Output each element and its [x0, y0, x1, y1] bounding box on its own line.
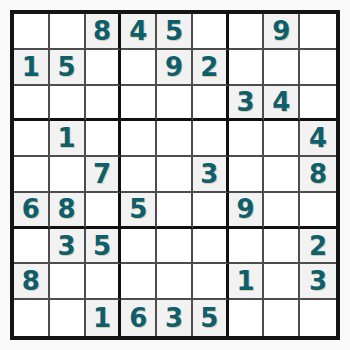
cell-r1c4-given: 4: [121, 14, 157, 50]
cell-r7c2-given: 3: [50, 229, 86, 265]
cell-r9c9-empty[interactable]: [300, 300, 336, 336]
cell-r7c3-given: 5: [86, 229, 122, 265]
cell-r9c1-empty[interactable]: [14, 300, 50, 336]
cell-r5c7-empty[interactable]: [229, 157, 265, 193]
cell-r2c3-empty[interactable]: [86, 50, 122, 86]
cell-r8c2-empty[interactable]: [50, 264, 86, 300]
cell-r8c6-empty[interactable]: [193, 264, 229, 300]
cell-r3c5-empty[interactable]: [157, 86, 193, 122]
cell-r9c3-given: 1: [86, 300, 122, 336]
cell-r5c5-empty[interactable]: [157, 157, 193, 193]
cell-r5c6-given: 3: [193, 157, 229, 193]
cell-r4c4-empty[interactable]: [121, 121, 157, 157]
cell-r3c9-empty[interactable]: [300, 86, 336, 122]
cell-r3c7-given: 3: [229, 86, 265, 122]
cell-r5c1-empty[interactable]: [14, 157, 50, 193]
cell-r8c3-empty[interactable]: [86, 264, 122, 300]
cell-r1c2-empty[interactable]: [50, 14, 86, 50]
cell-r4c8-empty[interactable]: [264, 121, 300, 157]
cell-r5c8-empty[interactable]: [264, 157, 300, 193]
cell-r4c6-empty[interactable]: [193, 121, 229, 157]
cell-r6c8-empty[interactable]: [264, 193, 300, 229]
cell-r7c5-empty[interactable]: [157, 229, 193, 265]
cell-r5c2-empty[interactable]: [50, 157, 86, 193]
cell-r2c1-given: 1: [14, 50, 50, 86]
cell-r6c1-given: 6: [14, 193, 50, 229]
cell-r7c1-empty[interactable]: [14, 229, 50, 265]
cell-r2c5-given: 9: [157, 50, 193, 86]
cell-r8c1-given: 8: [14, 264, 50, 300]
cell-r3c4-empty[interactable]: [121, 86, 157, 122]
cell-r4c3-empty[interactable]: [86, 121, 122, 157]
cell-r4c2-given: 1: [50, 121, 86, 157]
cell-r7c6-empty[interactable]: [193, 229, 229, 265]
cell-r8c7-given: 1: [229, 264, 265, 300]
cell-r3c2-empty[interactable]: [50, 86, 86, 122]
cell-r7c9-given: 2: [300, 229, 336, 265]
cell-r9c5-given: 3: [157, 300, 193, 336]
cell-r2c4-empty[interactable]: [121, 50, 157, 86]
cell-r9c7-empty[interactable]: [229, 300, 265, 336]
cell-r2c6-given: 2: [193, 50, 229, 86]
cell-r5c9-given: 8: [300, 157, 336, 193]
cell-r6c4-given: 5: [121, 193, 157, 229]
cell-r1c1-empty[interactable]: [14, 14, 50, 50]
cell-r2c8-empty[interactable]: [264, 50, 300, 86]
cell-r5c4-empty[interactable]: [121, 157, 157, 193]
cell-r7c7-empty[interactable]: [229, 229, 265, 265]
cell-r6c3-empty[interactable]: [86, 193, 122, 229]
cell-r1c9-empty[interactable]: [300, 14, 336, 50]
cell-r4c5-empty[interactable]: [157, 121, 193, 157]
cell-r1c7-empty[interactable]: [229, 14, 265, 50]
cell-r1c8-given: 9: [264, 14, 300, 50]
cell-r6c9-empty[interactable]: [300, 193, 336, 229]
cell-r9c2-empty[interactable]: [50, 300, 86, 336]
cell-r2c7-empty[interactable]: [229, 50, 265, 86]
cell-r1c3-given: 8: [86, 14, 122, 50]
cell-r8c4-empty[interactable]: [121, 264, 157, 300]
cell-r3c6-empty[interactable]: [193, 86, 229, 122]
cell-r4c1-empty[interactable]: [14, 121, 50, 157]
sudoku-board: 84591592341473868593528131635: [10, 10, 340, 340]
cell-r6c7-given: 9: [229, 193, 265, 229]
cell-r3c1-empty[interactable]: [14, 86, 50, 122]
cell-r9c4-given: 6: [121, 300, 157, 336]
cell-r1c5-given: 5: [157, 14, 193, 50]
cell-r3c3-empty[interactable]: [86, 86, 122, 122]
cell-r6c2-given: 8: [50, 193, 86, 229]
cell-r8c9-given: 3: [300, 264, 336, 300]
cell-r2c9-empty[interactable]: [300, 50, 336, 86]
cell-r4c9-given: 4: [300, 121, 336, 157]
cell-r6c5-empty[interactable]: [157, 193, 193, 229]
sudoku-board-container: 84591592341473868593528131635: [10, 10, 340, 340]
cell-r9c8-empty[interactable]: [264, 300, 300, 336]
cell-r9c6-given: 5: [193, 300, 229, 336]
cell-r4c7-empty[interactable]: [229, 121, 265, 157]
cell-r7c4-empty[interactable]: [121, 229, 157, 265]
cell-r3c8-given: 4: [264, 86, 300, 122]
cell-r6c6-empty[interactable]: [193, 193, 229, 229]
cell-r8c8-empty[interactable]: [264, 264, 300, 300]
cell-r5c3-given: 7: [86, 157, 122, 193]
cell-r7c8-empty[interactable]: [264, 229, 300, 265]
cell-r2c2-given: 5: [50, 50, 86, 86]
cell-r8c5-empty[interactable]: [157, 264, 193, 300]
cell-r1c6-empty[interactable]: [193, 14, 229, 50]
